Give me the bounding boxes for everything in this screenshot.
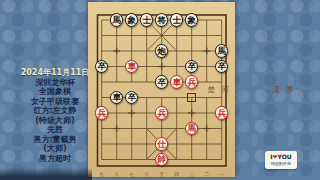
piece-black-卒: 卒: [155, 75, 169, 89]
piece-black-象: 象: [125, 13, 139, 27]
file-label: 五: [157, 171, 167, 177]
river-label-left: 楚河: [191, 85, 251, 95]
piece-black-炮: 炮: [155, 44, 169, 58]
file-label: 九: [97, 171, 107, 177]
last-move-marker: [187, 93, 196, 102]
piece-red-兵: 兵: [185, 75, 199, 89]
watermark-line1: I❤YOU: [265, 153, 297, 161]
piece-red-兵: 兵: [155, 106, 169, 120]
piece-red-車: 車: [170, 75, 184, 89]
file-label: 四: [172, 171, 182, 177]
watermark-line2: 陪你到天亮: [267, 161, 296, 166]
file-label: 六: [142, 171, 152, 177]
video-frame: 2024年11月11日深圳龙华杯全国象棋女子甲级联赛红方:左文静(特级大师)先胜…: [0, 0, 320, 180]
piece-red-兵: 兵: [95, 106, 109, 120]
file-label: 八: [112, 171, 122, 177]
file-label: 三: [187, 171, 197, 177]
piece-black-将: 将: [155, 13, 169, 27]
bottom-shadow: [0, 168, 92, 180]
piece-black-士: 士: [170, 13, 184, 27]
xiangqi-board: 楚河 漢界 馬象士将士象炮馬卒卒卒卒車卒車車兵兵兵兵馬仕帥 九八七六五四三二一: [88, 2, 235, 177]
piece-red-仕: 仕: [155, 137, 169, 151]
piece-red-兵: 兵: [215, 106, 229, 120]
piece-black-象: 象: [185, 13, 199, 27]
file-label: 一: [217, 171, 227, 177]
file-label: 七: [127, 171, 137, 177]
piece-black-馬: 馬: [215, 44, 229, 58]
file-label: 二: [202, 171, 212, 177]
piece-black-士: 士: [140, 13, 154, 27]
river-label-right: 漢界: [256, 85, 316, 95]
piece-black-馬: 馬: [110, 13, 124, 27]
watermark-badge: I❤YOU 陪你到天亮: [265, 151, 297, 169]
